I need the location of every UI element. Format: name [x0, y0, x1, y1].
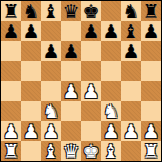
square-a7[interactable]: ♟ [1, 21, 21, 41]
piece-black-bishop[interactable]: ♝ [42, 1, 59, 21]
square-b1[interactable] [21, 141, 41, 161]
piece-white-pawn[interactable]: ♟ [102, 121, 119, 141]
square-f1[interactable]: ♝ [101, 141, 121, 161]
piece-black-pawn[interactable]: ♟ [62, 41, 79, 61]
square-d3[interactable] [61, 101, 81, 121]
square-e1[interactable]: ♚ [81, 141, 101, 161]
square-g3[interactable] [121, 101, 141, 121]
piece-white-pawn[interactable]: ♟ [82, 81, 99, 101]
piece-black-pawn[interactable]: ♟ [142, 21, 159, 41]
piece-black-pawn[interactable]: ♟ [42, 41, 59, 61]
square-d2[interactable] [61, 121, 81, 141]
piece-black-queen[interactable]: ♛ [62, 1, 79, 21]
square-g2[interactable]: ♟ [121, 121, 141, 141]
piece-white-bishop[interactable]: ♝ [42, 141, 59, 161]
square-d1[interactable]: ♛ [61, 141, 81, 161]
square-b4[interactable] [21, 81, 41, 101]
piece-white-rook[interactable]: ♜ [2, 141, 19, 161]
piece-white-rook[interactable]: ♜ [142, 141, 159, 161]
square-h6[interactable] [141, 41, 161, 61]
piece-black-pawn[interactable]: ♟ [22, 21, 39, 41]
square-c3[interactable]: ♞ [41, 101, 61, 121]
piece-black-knight[interactable]: ♞ [22, 1, 39, 21]
square-d4[interactable]: ♟ [61, 81, 81, 101]
square-d6[interactable]: ♟ [61, 41, 81, 61]
piece-white-pawn[interactable]: ♟ [42, 121, 59, 141]
square-c6[interactable]: ♟ [41, 41, 61, 61]
square-d8[interactable]: ♛ [61, 1, 81, 21]
piece-black-knight[interactable]: ♞ [122, 1, 139, 21]
square-f7[interactable]: ♟ [101, 21, 121, 41]
square-g7[interactable]: ♝ [121, 21, 141, 41]
piece-white-king[interactable]: ♚ [82, 141, 99, 161]
chess-board: ♜♞♝♛♚♞♜♟♟♟♟♝♟♟♟♟♟♟♞♞♟♟♟♟♟♟♜♝♛♚♝♜ [0, 0, 162, 162]
piece-white-queen[interactable]: ♛ [62, 141, 79, 161]
square-a1[interactable]: ♜ [1, 141, 21, 161]
square-g6[interactable]: ♟ [121, 41, 141, 61]
square-h2[interactable]: ♟ [141, 121, 161, 141]
piece-black-pawn[interactable]: ♟ [102, 21, 119, 41]
piece-black-king[interactable]: ♚ [82, 1, 99, 21]
piece-white-pawn[interactable]: ♟ [22, 121, 39, 141]
square-g1[interactable] [121, 141, 141, 161]
piece-black-pawn[interactable]: ♟ [82, 21, 99, 41]
square-c2[interactable]: ♟ [41, 121, 61, 141]
square-e2[interactable] [81, 121, 101, 141]
square-b6[interactable] [21, 41, 41, 61]
square-c1[interactable]: ♝ [41, 141, 61, 161]
square-f3[interactable]: ♞ [101, 101, 121, 121]
square-e7[interactable]: ♟ [81, 21, 101, 41]
square-e3[interactable] [81, 101, 101, 121]
square-f8[interactable] [101, 1, 121, 21]
square-f5[interactable] [101, 61, 121, 81]
piece-black-pawn[interactable]: ♟ [2, 21, 19, 41]
square-g5[interactable] [121, 61, 141, 81]
square-a6[interactable] [1, 41, 21, 61]
square-f4[interactable] [101, 81, 121, 101]
square-f6[interactable] [101, 41, 121, 61]
square-a5[interactable] [1, 61, 21, 81]
square-g8[interactable]: ♞ [121, 1, 141, 21]
piece-black-pawn[interactable]: ♟ [122, 41, 139, 61]
piece-black-rook[interactable]: ♜ [142, 1, 159, 21]
square-b7[interactable]: ♟ [21, 21, 41, 41]
piece-black-bishop[interactable]: ♝ [122, 21, 139, 41]
square-h5[interactable] [141, 61, 161, 81]
square-h7[interactable]: ♟ [141, 21, 161, 41]
square-c7[interactable] [41, 21, 61, 41]
square-a8[interactable]: ♜ [1, 1, 21, 21]
square-g4[interactable] [121, 81, 141, 101]
square-h1[interactable]: ♜ [141, 141, 161, 161]
square-b5[interactable] [21, 61, 41, 81]
square-a2[interactable]: ♟ [1, 121, 21, 141]
square-c4[interactable] [41, 81, 61, 101]
square-h4[interactable] [141, 81, 161, 101]
square-b2[interactable]: ♟ [21, 121, 41, 141]
square-e4[interactable]: ♟ [81, 81, 101, 101]
piece-white-knight[interactable]: ♞ [102, 101, 119, 121]
square-d5[interactable] [61, 61, 81, 81]
square-h8[interactable]: ♜ [141, 1, 161, 21]
square-a3[interactable] [1, 101, 21, 121]
square-a4[interactable] [1, 81, 21, 101]
piece-white-pawn[interactable]: ♟ [122, 121, 139, 141]
square-e6[interactable] [81, 41, 101, 61]
piece-white-pawn[interactable]: ♟ [2, 121, 19, 141]
piece-white-knight[interactable]: ♞ [42, 101, 59, 121]
square-e8[interactable]: ♚ [81, 1, 101, 21]
square-b3[interactable] [21, 101, 41, 121]
piece-white-pawn[interactable]: ♟ [62, 81, 79, 101]
square-c5[interactable] [41, 61, 61, 81]
square-d7[interactable] [61, 21, 81, 41]
square-f2[interactable]: ♟ [101, 121, 121, 141]
square-b8[interactable]: ♞ [21, 1, 41, 21]
piece-black-rook[interactable]: ♜ [2, 1, 19, 21]
square-e5[interactable] [81, 61, 101, 81]
square-h3[interactable] [141, 101, 161, 121]
square-c8[interactable]: ♝ [41, 1, 61, 21]
piece-white-pawn[interactable]: ♟ [142, 121, 159, 141]
piece-white-bishop[interactable]: ♝ [102, 141, 119, 161]
